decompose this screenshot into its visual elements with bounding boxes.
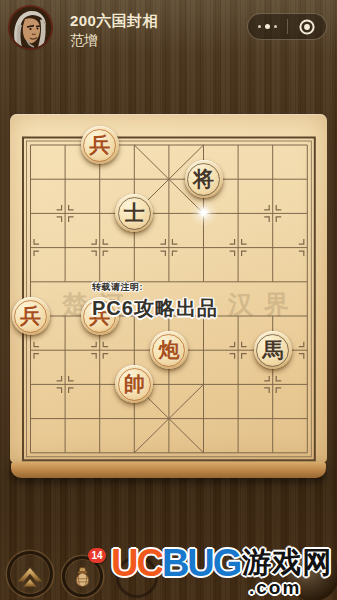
logo-bug: BUG [162,542,240,584]
piece-red-兵[interactable]: 兵 [12,297,50,335]
avatar-portrait-icon [10,7,51,48]
more-dots-icon [258,25,261,28]
chevron-up-icon [12,556,48,592]
hidden-round-button[interactable] [287,549,337,600]
money-bag-icon [69,563,96,590]
wechat-capsule [247,13,327,40]
piece-red-兵[interactable]: 兵 [81,297,119,335]
piece-red-炮[interactable]: 炮 [150,331,188,369]
piece-red-兵[interactable]: 兵 [81,126,119,164]
avatar[interactable] [10,7,51,48]
exit-target-icon [297,17,317,37]
river-label-right: 汉界 [228,288,300,321]
app-window: 200六国封相 范增 楚河 汉界 兵将士兵兵炮馬帥 ✦ 转载请注明: PC6攻略… [0,0,337,600]
more-button[interactable] [248,14,287,39]
hidden-button-ring [116,556,158,598]
hint-count-badge: 14 [88,548,106,563]
level-title: 200六国封相 [70,12,158,31]
exit-button[interactable] [288,14,327,39]
player-name: 范增 [70,32,98,50]
piece-black-将[interactable]: 将 [185,160,223,198]
collapse-button[interactable] [7,551,53,597]
piece-black-馬[interactable]: 馬 [254,331,292,369]
header-bar: 200六国封相 范增 [0,0,337,56]
